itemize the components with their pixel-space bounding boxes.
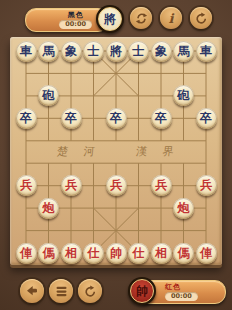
piece-red-chariot[interactable]: 俥 — [16, 243, 37, 264]
red-player-label: 红色 — [165, 283, 181, 291]
black-player-label: 黑色 — [68, 11, 84, 19]
black-general-glyph: 將 — [98, 7, 122, 31]
piece-black-advisor[interactable]: 士 — [83, 41, 104, 62]
piece-red-elephant[interactable]: 相 — [61, 243, 82, 264]
red-general-badge: 帥 — [128, 277, 156, 305]
undo-button[interactable] — [78, 279, 102, 303]
black-general-badge: 將 — [96, 5, 124, 33]
river-text-right: 漢 界 — [135, 144, 180, 160]
piece-red-soldier[interactable]: 兵 — [16, 175, 37, 196]
piece-red-soldier[interactable]: 兵 — [196, 175, 217, 196]
piece-black-chariot[interactable]: 車 — [16, 41, 37, 62]
piece-black-soldier[interactable]: 卒 — [16, 108, 37, 129]
piece-red-soldier[interactable]: 兵 — [151, 175, 172, 196]
piece-red-general[interactable]: 帥 — [106, 243, 127, 264]
piece-red-soldier[interactable]: 兵 — [61, 175, 82, 196]
menu-icon — [54, 284, 69, 299]
piece-black-advisor[interactable]: 士 — [128, 41, 149, 62]
back-icon — [24, 283, 40, 299]
piece-red-cannon[interactable]: 炮 — [38, 198, 59, 219]
piece-black-horse[interactable]: 馬 — [173, 41, 194, 62]
piece-black-soldier[interactable]: 卒 — [61, 108, 82, 129]
piece-red-advisor[interactable]: 仕 — [83, 243, 104, 264]
undo-icon — [83, 284, 98, 299]
piece-red-cannon[interactable]: 炮 — [173, 198, 194, 219]
board[interactable]: 楚 河 漢 界 車馬象士將士象馬車砲砲卒卒卒卒卒兵兵兵兵兵炮炮俥傌相仕帥仕相傌俥 — [10, 37, 222, 265]
restart-icon — [194, 11, 209, 26]
red-general-glyph: 帥 — [130, 279, 154, 303]
piece-red-horse[interactable]: 傌 — [38, 243, 59, 264]
board-grid — [10, 37, 222, 265]
piece-black-general[interactable]: 將 — [106, 41, 127, 62]
restart-button[interactable] — [190, 7, 212, 29]
swap-sides-icon — [134, 11, 149, 26]
info-icon: i — [169, 11, 174, 26]
black-player-timer: 00:00 — [59, 20, 92, 29]
info-button[interactable]: i — [160, 7, 182, 29]
menu-button[interactable] — [49, 279, 73, 303]
piece-black-soldier[interactable]: 卒 — [106, 108, 127, 129]
piece-red-elephant[interactable]: 相 — [151, 243, 172, 264]
piece-red-soldier[interactable]: 兵 — [106, 175, 127, 196]
piece-black-elephant[interactable]: 象 — [61, 41, 82, 62]
back-button[interactable] — [20, 279, 44, 303]
piece-red-advisor[interactable]: 仕 — [128, 243, 149, 264]
piece-red-chariot[interactable]: 俥 — [196, 243, 217, 264]
swap-sides-button[interactable] — [130, 7, 152, 29]
river-text-left: 楚 河 — [56, 144, 101, 160]
piece-black-chariot[interactable]: 車 — [196, 41, 217, 62]
xiangqi-app: 黑色 00:00 將 i — [0, 0, 232, 310]
piece-black-soldier[interactable]: 卒 — [196, 108, 217, 129]
piece-red-horse[interactable]: 傌 — [173, 243, 194, 264]
piece-black-soldier[interactable]: 卒 — [151, 108, 172, 129]
piece-black-horse[interactable]: 馬 — [38, 41, 59, 62]
piece-black-elephant[interactable]: 象 — [151, 41, 172, 62]
red-player-timer: 00:00 — [165, 292, 198, 301]
